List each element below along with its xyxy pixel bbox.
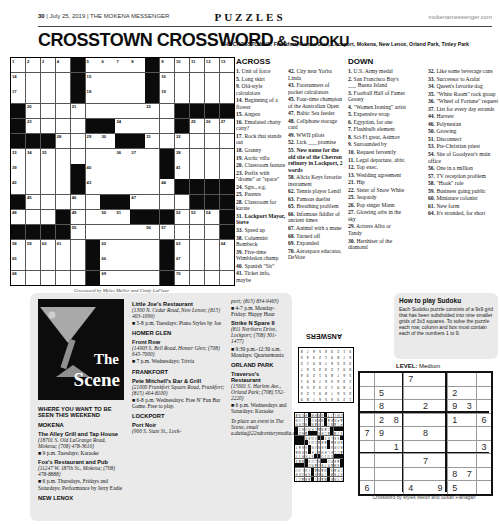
mini-sudoku-cell: 9 — [317, 390, 323, 396]
crossword-cell — [205, 164, 219, 178]
black-cell — [160, 149, 174, 164]
sudoku-cell — [477, 427, 491, 440]
mini-letter-cell: E — [331, 477, 334, 481]
cell-number: 68 — [12, 271, 17, 276]
clue-48: 48. Cellphone storage card — [288, 118, 344, 131]
cell-number: 31 — [146, 134, 151, 139]
mini-letter-cell: U — [311, 440, 314, 444]
sudoku-cell — [404, 414, 418, 427]
crossword-cell: 45 — [26, 195, 40, 209]
sudoku-cell: 2 — [375, 414, 389, 427]
crossword-cell — [130, 119, 144, 134]
crossword-cell — [56, 73, 70, 87]
sudoku-cell — [404, 468, 418, 481]
mini-letter-cell: C — [340, 468, 343, 472]
crossword-cell — [115, 271, 129, 286]
mini-letter-cell: L — [334, 413, 337, 417]
mini-letter-cell: T — [295, 445, 298, 449]
crossword-cell — [205, 73, 219, 87]
mini-black-cell — [295, 427, 298, 431]
clue-70: 70. Aerospace educator, DeVore — [288, 248, 344, 261]
clue-25: 25. Jeopardy — [348, 194, 406, 201]
mini-letter-cell: N — [334, 477, 337, 481]
cell-number: 53 — [191, 210, 196, 215]
mini-letter-cell: S — [314, 472, 317, 476]
crossword-cell: 39 — [11, 164, 25, 178]
mini-sudoku-cell: 7 — [347, 384, 353, 390]
crossword-cell — [145, 271, 159, 286]
black-cell — [175, 119, 189, 134]
mini-letter-cell: I — [337, 422, 340, 426]
mini-letter-cell: G — [331, 468, 334, 472]
mini-black-cell — [324, 413, 327, 417]
mini-sudoku-cell: 7 — [305, 348, 311, 354]
mini-sudoku-cell: 2 — [317, 354, 323, 360]
black-cell — [220, 179, 234, 194]
mini-sudoku-cell: 2 — [329, 366, 335, 372]
cell-number: 60 — [42, 241, 47, 246]
mini-letter-cell: R — [337, 468, 340, 472]
mini-letter-cell: E — [318, 418, 321, 422]
clue-57: 57. TV reception problem — [428, 173, 498, 180]
mini-letter-cell: W — [311, 413, 314, 417]
down-heading: DOWN — [348, 57, 373, 66]
clue-24: 24. Sgts., e.g. — [236, 184, 286, 191]
how-to-play-box: How to play Sudoku Each Sudoku puzzle co… — [394, 293, 498, 359]
mini-letter-cell: S — [340, 472, 343, 476]
black-cell — [71, 73, 85, 87]
crossword-cell — [160, 195, 174, 209]
mini-letter-cell: R — [327, 463, 330, 467]
mini-letter-cell: N — [331, 422, 334, 426]
crossword-cell — [190, 255, 204, 269]
crossword-cell — [41, 164, 55, 178]
crossword-cell — [71, 119, 85, 134]
crossword-cell — [190, 271, 204, 286]
clue-44: 44. Harvest — [428, 113, 498, 120]
mini-sudoku-cell: 1 — [299, 378, 305, 384]
mini-letter-cell: E — [311, 449, 314, 453]
crosstowns-subtitle: THE CROSSTOWNS: Frankfort, Homer Glen, L… — [221, 41, 497, 47]
crossword-cell — [26, 210, 40, 225]
crossword-cell — [71, 134, 85, 148]
mini-sudoku-cell: 5 — [317, 348, 323, 354]
mini-letter-cell: R — [321, 472, 324, 476]
crossword-cell: 36 — [115, 149, 129, 164]
mini-sudoku-cell: 3 — [335, 396, 341, 402]
mini-sudoku-cell: 6 — [323, 378, 329, 384]
cell-number: 13 — [221, 59, 226, 64]
mini-black-cell — [327, 477, 330, 481]
sudoku-cell — [360, 468, 374, 481]
mini-sudoku-cell: 8 — [299, 348, 305, 354]
black-cell — [220, 210, 234, 225]
mini-black-cell — [324, 422, 327, 426]
clue-10: 10. Request fervently — [348, 149, 406, 156]
clue-42: 42. City near Yorba Linda — [288, 68, 344, 81]
mini-letter-cell: M — [334, 431, 337, 435]
crossword-cell — [100, 225, 114, 239]
mini-sudoku-cell: 5 — [341, 390, 347, 396]
sudoku-cell — [462, 427, 476, 440]
scene-event: ■ 9:30 p.m.-12:30 a.m. Mondays: Quarterm… — [231, 346, 288, 358]
mini-letter-cell: P — [337, 418, 340, 422]
crossword-cell — [190, 73, 204, 87]
cell-number: 36 — [116, 150, 121, 155]
crossword-cell — [56, 149, 70, 164]
mini-letter-cell: I — [295, 477, 298, 481]
clue-25: 25. Parents — [236, 191, 286, 198]
sudoku-cell: 4 — [404, 481, 418, 494]
cell-number: 64 — [221, 241, 226, 246]
mini-letter-cell: I — [314, 477, 317, 481]
black-cell — [11, 225, 25, 239]
mini-letter-cell: A — [331, 463, 334, 467]
scene-addr: (14903 S. Bell Road, Homer Glen; (708) 6… — [132, 345, 225, 357]
sudoku-cell — [404, 427, 418, 440]
crossword-cell — [115, 240, 129, 255]
crossword-cell — [190, 225, 204, 239]
crossword-cell — [71, 240, 85, 255]
crossword-cell: 44 — [160, 179, 174, 194]
clue-56: 56. One in a million — [428, 165, 498, 172]
crossword-cell — [86, 225, 100, 239]
cell-number: 46 — [72, 195, 77, 200]
mini-letter-cell: X — [318, 477, 321, 481]
mini-black-cell — [334, 427, 337, 431]
clue-8: 8. Sci-Fi great, Asimov — [348, 134, 406, 141]
black-cell — [71, 164, 85, 178]
mini-letter-cell: A — [314, 422, 317, 426]
how-to-play-title: How to play Sudoku — [399, 297, 493, 304]
crossword-cell — [100, 164, 114, 178]
mini-sudoku-cell: 1 — [335, 366, 341, 372]
crossword-cell: 58 — [11, 240, 25, 255]
cell-number: 49 — [72, 210, 77, 215]
mini-letter-cell: R — [305, 436, 308, 440]
mini-sudoku-cell: 7 — [329, 390, 335, 396]
mini-letter-cell: R — [314, 418, 317, 422]
cell-number: 28 — [57, 134, 62, 139]
mini-black-cell — [334, 454, 337, 458]
clue-23: 23. Prefix with "drome" or "space" — [236, 170, 286, 183]
sudoku-cell — [477, 481, 491, 494]
section-title: PUZZLES — [0, 11, 500, 23]
clue-53: 53. Pre-Christian priest — [428, 143, 498, 150]
mini-letter-cell: E — [305, 413, 308, 417]
header-rule — [38, 26, 492, 27]
sudoku-cell — [375, 481, 389, 494]
cell-number: 55 — [72, 225, 77, 230]
cell-number: 4 — [57, 59, 59, 64]
black-cell — [86, 271, 100, 286]
sudoku-cell — [448, 427, 462, 440]
crossword-cell — [26, 164, 40, 178]
mini-letter-cell: O — [318, 463, 321, 467]
scene-column-mokena: WHERE YOU WANT TO BE SEEN THIS WEEKENDMO… — [38, 403, 126, 502]
answers-label: ANSWERS — [296, 333, 352, 340]
crossword-cell — [130, 179, 144, 194]
black-cell — [160, 255, 174, 269]
black-cell — [100, 119, 114, 134]
crossword-cell: 9 — [160, 58, 174, 72]
sudoku-credit: Crossword by Myles Mellor and Susan Flan… — [354, 495, 494, 500]
clue-14: 14. Beginning of a flower — [236, 97, 286, 110]
clue-2: 2. San Francisco Bay's ___ Buena Island — [348, 76, 406, 89]
mini-letter-cell: D — [311, 436, 314, 440]
clue-30: 30. Hershiser of the diamond — [348, 238, 406, 251]
mini-letter-cell: D — [331, 454, 334, 458]
crossword-cell: 43 — [86, 179, 100, 194]
sudoku-cell: 7 — [360, 427, 374, 440]
clue-28: 28. Classroom for karate — [236, 199, 286, 212]
mini-letter-cell: I — [321, 422, 324, 426]
mini-black-cell — [308, 413, 311, 417]
mini-sudoku-cell: 5 — [305, 384, 311, 390]
down-clues-col1: 1. U.S. Army medal2. San Francisco Bay's… — [348, 68, 406, 287]
mini-sudoku-cell: 2 — [341, 396, 347, 402]
clue-69: 69. Expanded — [288, 240, 344, 247]
black-cell — [145, 73, 159, 87]
crossword-cell: 60 — [41, 240, 55, 255]
mini-letter-cell: E — [324, 449, 327, 453]
mini-letter-cell: E — [301, 445, 304, 449]
crossword-cell — [115, 225, 129, 239]
crossword-cell — [205, 240, 219, 255]
mini-letter-cell: A — [318, 449, 321, 453]
mini-letter-cell: A — [298, 445, 301, 449]
black-cell — [190, 104, 204, 118]
mini-letter-cell: P — [305, 472, 308, 476]
mini-letter-cell: M — [298, 449, 301, 453]
sudoku-cell: 8 — [418, 427, 432, 440]
crossword-cell: 10 — [175, 58, 189, 72]
crossword-cell — [86, 195, 100, 209]
cell-number: 23 — [27, 119, 32, 124]
mini-letter-cell: S — [311, 454, 314, 458]
crossword-cell — [41, 119, 55, 134]
mini-letter-cell: O — [295, 468, 298, 472]
cell-number: 69 — [101, 271, 106, 276]
mini-letter-cell: B — [340, 445, 343, 449]
mini-letter-cell: M — [331, 472, 334, 476]
scene-city: LOCKPORT — [132, 413, 225, 419]
cell-number: 34 — [27, 150, 32, 155]
scene-city: NEW LENOX — [38, 495, 126, 501]
crossword-cell — [130, 104, 144, 118]
black-cell — [160, 164, 174, 178]
crossword-cell: 47 — [130, 195, 144, 209]
sudoku-box-line-vertical — [402, 371, 403, 492]
mini-letter-cell: E — [327, 436, 330, 440]
mini-letter-cell: N — [318, 468, 321, 472]
level-value: Medium — [419, 363, 440, 369]
crossword-cell — [130, 255, 144, 269]
crossword-cell — [130, 88, 144, 103]
black-cell — [175, 179, 189, 194]
clue-29: 29. Actress Alba or Tandy — [348, 223, 406, 236]
mini-letter-cell: A — [321, 477, 324, 481]
cell-number: 27 — [221, 119, 226, 124]
mini-letter-cell: G — [321, 413, 324, 417]
sudoku-box-line-horizontal — [358, 452, 489, 453]
scene-addr: (900 S. State St., Lock- — [132, 428, 225, 434]
sudoku-box-line-vertical — [445, 371, 446, 492]
mini-black-cell — [311, 431, 314, 435]
cell-number: 67 — [176, 256, 181, 261]
mini-letter-cell: I — [324, 472, 327, 476]
clue-36: 36. "Wheel of Fortune" request — [428, 98, 498, 105]
across-clues-col1: 1. Unit of force5. Long skirt9. Old-styl… — [236, 68, 286, 287]
clue-65: 65. Breathing problem — [288, 203, 344, 210]
cell-number: 57 — [161, 225, 166, 230]
cell-number: 47 — [131, 195, 136, 200]
crossword-cell — [145, 164, 159, 178]
crossword-cell: 35 — [41, 149, 55, 164]
crossword-cell: 28 — [56, 134, 70, 148]
mini-letter-cell: A — [334, 422, 337, 426]
mini-sudoku-cell: 2 — [335, 348, 341, 354]
mini-letter-cell: U — [340, 413, 343, 417]
mini-letter-cell: S — [308, 459, 311, 463]
crossword-cell: 6 — [100, 58, 114, 72]
mini-letter-cell: C — [298, 477, 301, 481]
mini-letter-cell: E — [321, 431, 324, 435]
mini-sudoku-cell: 8 — [323, 390, 329, 396]
crossword-cell — [220, 134, 234, 148]
cell-number: 39 — [12, 165, 17, 170]
mini-sudoku-cell: 4 — [347, 390, 353, 396]
mini-black-cell — [298, 463, 301, 467]
black-cell — [56, 210, 70, 225]
crossword-cell: 70 — [175, 271, 189, 286]
mini-letter-cell: A — [324, 440, 327, 444]
mini-sudoku-cell: 2 — [347, 378, 353, 384]
crossword-cell — [115, 255, 129, 269]
cell-number: 16 — [161, 74, 166, 79]
mini-sudoku-cell: 5 — [323, 396, 329, 402]
cell-number: 35 — [42, 150, 47, 155]
mini-letter-cell: S — [308, 472, 311, 476]
sudoku-cell — [448, 454, 462, 467]
sudoku-cell — [462, 454, 476, 467]
across-heading: ACROSS — [236, 57, 270, 66]
crossword-cell — [190, 240, 204, 255]
cell-number: 70 — [176, 271, 181, 276]
mini-sudoku-cell: 9 — [329, 354, 335, 360]
scene-addr: (21000 Frankfort Square Road, Frankfort;… — [132, 384, 225, 396]
mini-letter-cell: T — [298, 427, 301, 431]
crossword-cell — [26, 88, 40, 103]
crossword-cell — [145, 179, 159, 194]
crossword-cell: 30 — [100, 134, 114, 148]
mini-sudoku-cell: 6 — [341, 372, 347, 378]
crossword-cell — [205, 149, 219, 164]
mini-black-cell — [308, 445, 311, 449]
mini-letter-cell: C — [327, 427, 330, 431]
clue-13: 13. Wedding agreement — [348, 172, 406, 179]
clue-33: 33. Speed up — [236, 227, 286, 234]
crossword-cell — [205, 255, 219, 269]
crossword-cell — [145, 119, 159, 134]
mini-sudoku-cell: 1 — [341, 348, 347, 354]
cell-number: 62 — [101, 241, 106, 246]
crossword-cell: 48 — [11, 210, 25, 225]
mini-letter-cell: E — [331, 418, 334, 422]
mini-letter-cell: O — [314, 436, 317, 440]
mini-letter-cell: I — [301, 418, 304, 422]
mini-black-cell — [295, 463, 298, 467]
mini-black-cell — [301, 436, 304, 440]
mini-sudoku-cell: 6 — [335, 390, 341, 396]
cell-number: 50 — [101, 210, 106, 215]
mini-black-cell — [340, 459, 343, 463]
mini-black-cell — [308, 418, 311, 422]
crossword-cell — [100, 179, 114, 194]
mini-sudoku-cell: 1 — [347, 396, 353, 402]
mini-letter-cell: N — [337, 413, 340, 417]
mini-letter-cell: D — [301, 413, 304, 417]
cell-number: 66 — [101, 256, 106, 261]
scene-event: ■ 6 p.m. Wednesdays and Saturdays: Karao… — [231, 402, 288, 414]
mini-letter-cell: C — [314, 459, 317, 463]
clue-33: 33. Successor to Arafat — [428, 76, 498, 83]
mini-sudoku-cell: 9 — [347, 348, 353, 354]
mini-letter-cell: B — [321, 463, 324, 467]
mini-letter-cell: N — [321, 427, 324, 431]
mini-sudoku-cell: 3 — [305, 372, 311, 378]
scene-addr: (11247 W. 187th St., Mokena; (708) 478-8… — [38, 465, 126, 477]
crossword-cell: 37 — [130, 149, 144, 164]
clue-35: 35. "White Room" rock group — [428, 91, 498, 98]
scene-column-middle: Little Joe's Restaurant(1300 N. Cedar Ro… — [132, 298, 225, 434]
clue-68: 68. Turned off — [288, 233, 344, 240]
mini-black-cell — [321, 459, 324, 463]
clue-3: 3. Football Hall of Famer Greasy — [348, 90, 406, 103]
mini-letter-cell: E — [301, 454, 304, 458]
scene-city: MOKENA — [38, 422, 126, 428]
clue-64: 64. It's stranded, for short — [428, 210, 498, 217]
crossword-cell: 53 — [190, 210, 204, 225]
crossword-cell — [130, 164, 144, 178]
down-clues-col2: 32. Like some beverage cans33. Successor… — [428, 68, 498, 287]
crossword-cell: 27 — [220, 119, 234, 134]
cell-number: 33 — [12, 150, 17, 155]
newspaper-puzzles-page: 30 | July 25, 2019 | THE MOKENA MESSENGE… — [0, 0, 500, 524]
crossword-cell — [71, 149, 85, 164]
sudoku-cell — [418, 481, 432, 494]
cell-number: 29 — [87, 134, 92, 139]
black-cell — [71, 88, 85, 103]
level-label: LEVEL: — [396, 363, 417, 369]
crossword-cell — [175, 88, 189, 103]
mini-letter-cell: O — [298, 468, 301, 472]
mini-sudoku-cell: 3 — [299, 390, 305, 396]
clue-18: 18. Granny — [236, 147, 286, 154]
mini-black-cell — [340, 436, 343, 440]
mini-sudoku-cell: 7 — [311, 396, 317, 402]
clue-37: 37. List for every day errands — [428, 106, 498, 113]
mini-sudoku-cell: 7 — [299, 366, 305, 372]
mini-letter-cell: O — [314, 445, 317, 449]
mini-letter-cell: A — [318, 427, 321, 431]
mini-letter-cell: G — [305, 468, 308, 472]
mini-letter-cell: R — [295, 422, 298, 426]
cell-number: 45 — [27, 195, 32, 200]
crossword-cell — [26, 179, 40, 194]
clue-9: 9. Old-style calculators — [236, 83, 286, 96]
mini-black-cell — [305, 440, 308, 444]
